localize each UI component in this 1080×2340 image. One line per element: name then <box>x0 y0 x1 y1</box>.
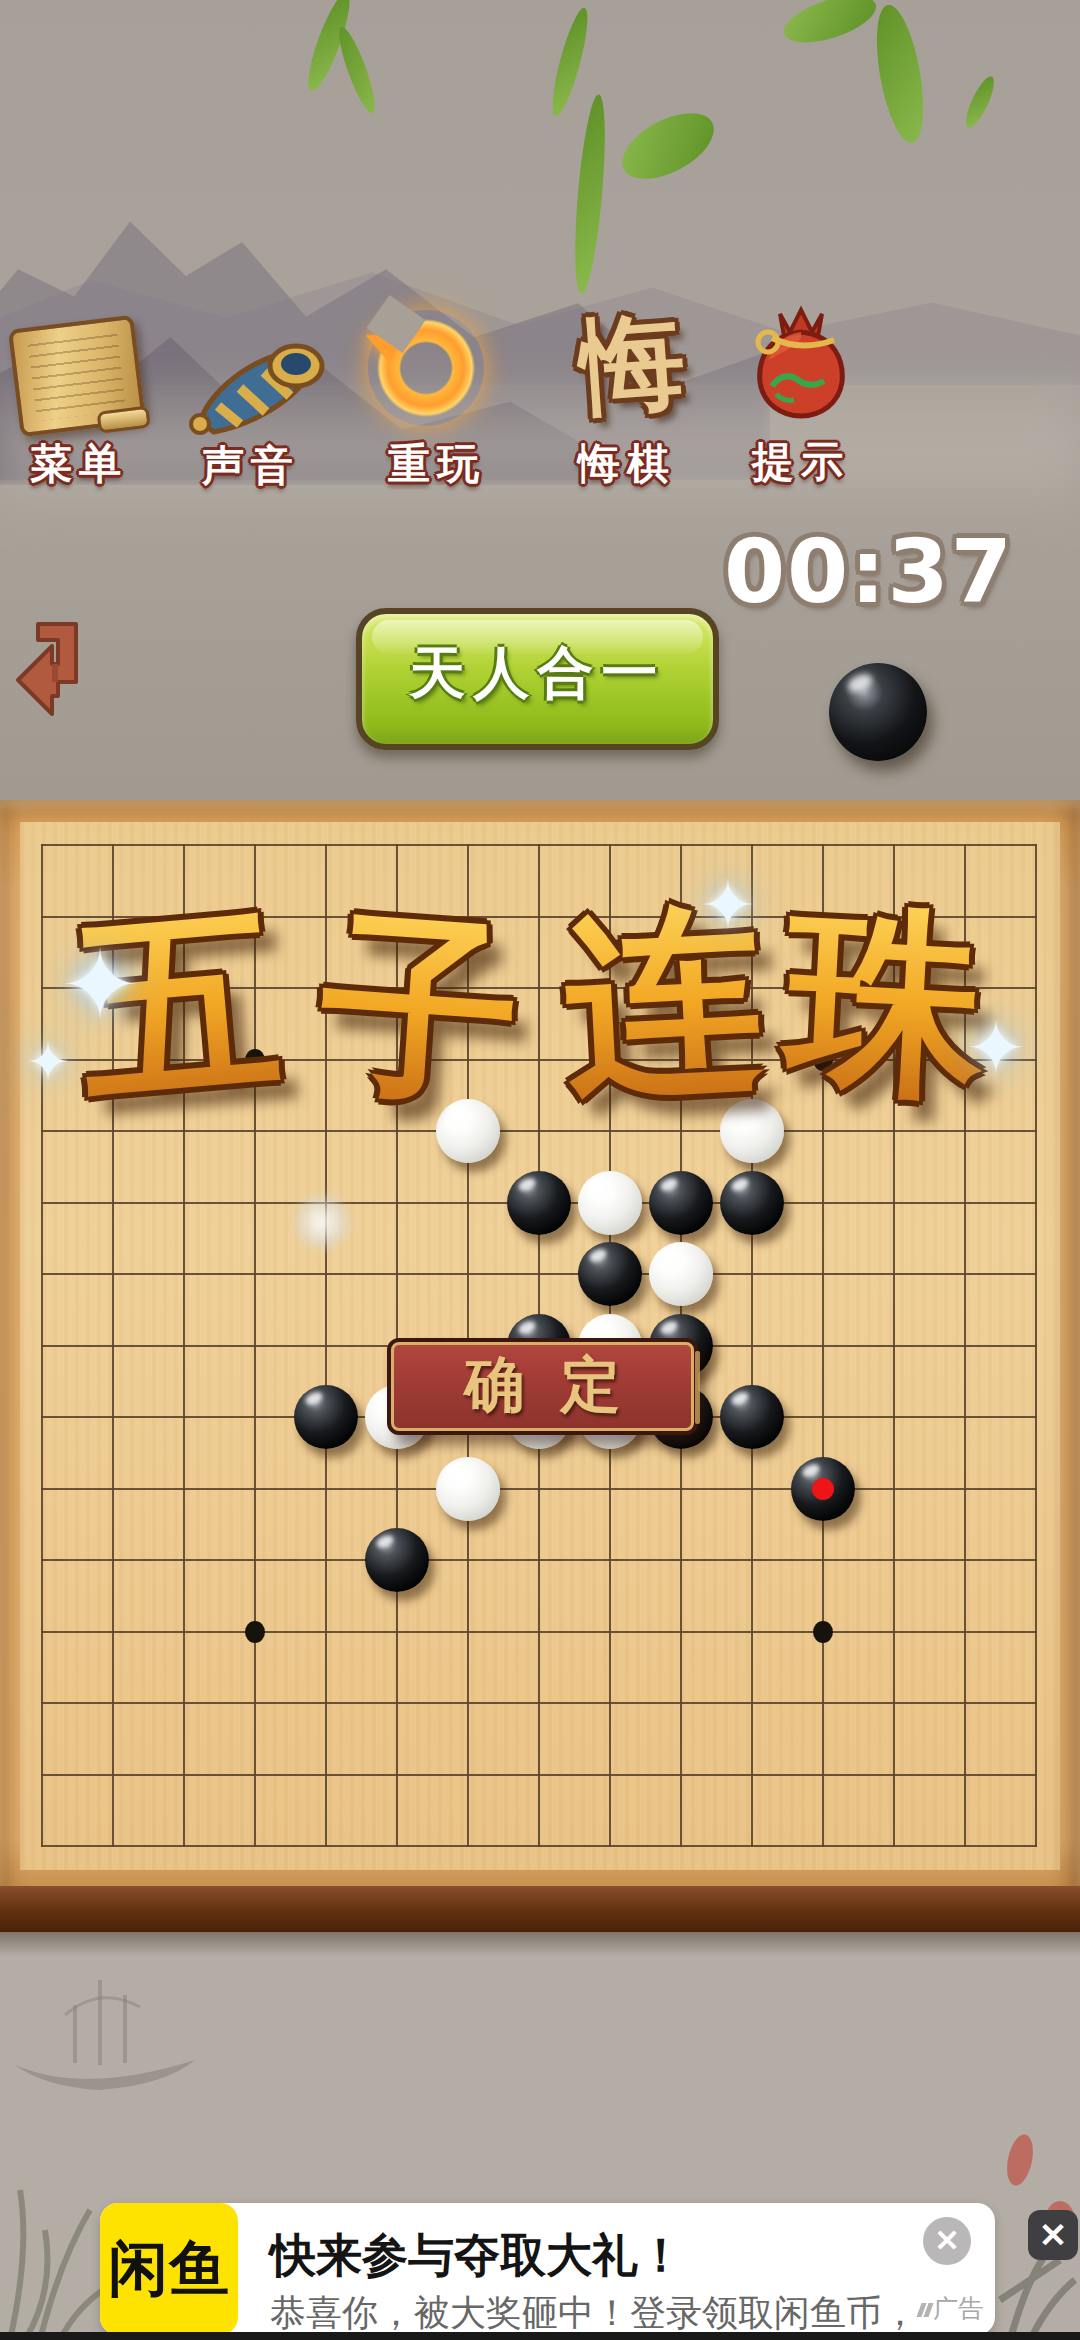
bamboo-leaf <box>868 2 932 147</box>
hint-label: 提示 <box>752 434 850 490</box>
last-move-marker <box>812 1478 834 1500</box>
app-screen: 菜单 声音 重玩 悔 悔棋 提示 00:37 00:37 <box>0 0 1080 2340</box>
bamboo-leaf <box>778 0 881 52</box>
ad-subtitle: 恭喜你，被大奖砸中！登录领取闲鱼币，超值… <box>270 2289 910 2338</box>
mode-button-label: 天人合一 <box>362 614 713 744</box>
grid-line-h <box>41 1631 1037 1633</box>
bamboo-leaf <box>612 100 725 193</box>
stone-black <box>365 1528 429 1592</box>
board[interactable]: 确定 五 五 五 子 子 子 连 连 连 珠 珠 珠 <box>0 800 1080 1930</box>
undo-character-icon: 悔 <box>564 302 702 436</box>
grid-line-h <box>41 1845 1037 1847</box>
stone-white <box>649 1242 713 1306</box>
replay-label: 重玩 <box>388 436 486 492</box>
fog-band <box>0 370 1080 530</box>
sparkle-effect: ✦ <box>960 1012 1032 1084</box>
menu-label: 菜单 <box>30 436 128 492</box>
ad-banner[interactable]: 闲鱼 快来参与夺取大礼！ 恭喜你，被大奖砸中！登录领取闲鱼币，超值… ✕ 广告 <box>100 2203 995 2335</box>
grid-line-h <box>41 1702 1037 1704</box>
sparkle-effect: ✦ <box>53 938 148 1033</box>
grid-line-h <box>41 1559 1037 1561</box>
sparkle-effect <box>293 1193 351 1251</box>
confirm-button-label: 确定 <box>387 1338 698 1435</box>
bottom-system-bar <box>0 2332 1080 2340</box>
stone-black <box>578 1242 642 1306</box>
grid-line-v <box>1035 844 1037 1847</box>
bamboo-leaf <box>961 73 999 131</box>
undo-label: 悔棋 <box>578 436 676 492</box>
star-point <box>813 1621 833 1643</box>
sparkle-effect: ✦ <box>22 1036 74 1088</box>
bamboo-leaf <box>569 93 610 294</box>
bamboo-leaf <box>333 24 381 117</box>
turn-indicator-black-stone <box>829 663 927 761</box>
ad-title: 快来参与夺取大礼！ <box>270 2225 684 2287</box>
pouch-icon <box>742 302 860 424</box>
stone-black <box>720 1385 784 1449</box>
banner-dismiss-button[interactable]: ✕ <box>1028 2210 1078 2260</box>
bamboo-leaf <box>546 5 594 118</box>
board-front-edge <box>0 1886 1080 1932</box>
back-button[interactable] <box>14 606 84 726</box>
stone-white <box>436 1457 500 1521</box>
stone-white <box>578 1171 642 1235</box>
sound-label: 声音 <box>202 438 300 494</box>
stone-black <box>720 1171 784 1235</box>
title-char-2: 子 子 子 <box>292 884 549 1150</box>
stone-black <box>294 1385 358 1449</box>
ink-boat-sketch <box>5 1945 215 2135</box>
timer-text: 00:37 <box>724 520 1014 623</box>
stone-black <box>649 1171 713 1235</box>
stone-black <box>507 1171 571 1235</box>
horn-icon <box>188 336 338 440</box>
grid-line-h <box>41 1774 1037 1776</box>
scroll-icon <box>8 315 146 438</box>
stone-black <box>791 1457 855 1521</box>
star-point <box>245 1621 265 1643</box>
confirm-button[interactable]: 确定 <box>387 1338 698 1435</box>
difficulty-mode-button[interactable]: 天人合一 <box>356 608 719 750</box>
ad-badge: 广告 <box>919 2292 983 2325</box>
grid-line-h <box>41 1488 1037 1490</box>
ad-close-button[interactable]: ✕ <box>923 2217 971 2265</box>
ad-app-logo: 闲鱼 <box>100 2203 238 2335</box>
sparkle-effect: ✦ <box>695 872 761 938</box>
board-drop-shadow <box>0 1930 1080 1956</box>
replay-swirl-icon <box>368 310 484 426</box>
game-timer: 00:37 00:37 <box>594 520 1014 612</box>
